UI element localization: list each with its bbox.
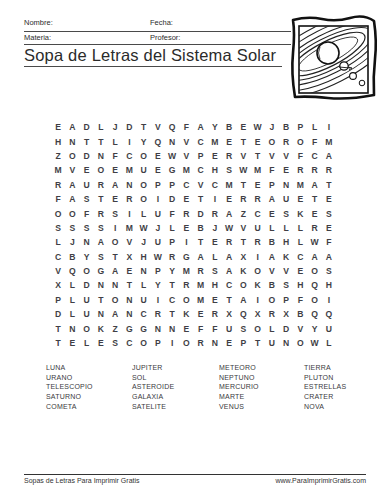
grid-cell-r10c5: T [108,250,122,264]
grid-cell-r15c15: O [251,321,265,335]
grid-cell-r8c9: L [165,221,179,235]
grid-cell-r8c11: B [194,221,208,235]
grid-cell-r4c10: M [179,163,193,177]
grid-cell-r15c8: N [151,321,165,335]
grid-cell-r9c15: R [251,235,265,249]
grid-cell-r2c14: T [236,134,250,148]
grid-cell-r1c18: P [293,120,307,134]
grid-cell-r2c15: E [251,134,265,148]
grid-cell-r10c10: G [179,250,193,264]
grid-cell-r5c3: U [80,178,94,192]
grid-cell-r16c19: W [308,336,322,350]
grid-cell-r13c4: T [94,293,108,307]
word-item: CRATER [304,392,346,402]
grid-cell-r1c14: E [236,120,250,134]
grid-cell-r1c17: B [279,120,293,134]
grid-cell-r9c19: W [308,235,322,249]
grid-cell-r13c17: P [279,293,293,307]
word-item: COMETA [46,402,93,412]
grid-cell-r15c10: E [179,321,193,335]
name-label: Nombre: [24,18,53,27]
grid-cell-r10c3: Y [80,250,94,264]
grid-cell-r7c20: S [322,206,336,220]
grid-cell-r3c16: V [265,149,279,163]
grid-cell-r7c2: O [65,206,79,220]
grid-cell-r12c12: H [208,278,222,292]
grid-cell-r14c15: X [251,307,265,321]
word-item: NOVA [304,402,346,412]
grid-cell-r6c14: R [236,192,250,206]
grid-cell-r3c17: V [279,149,293,163]
grid-cell-r16c20: L [322,336,336,350]
grid-cell-r4c6: M [122,163,136,177]
grid-cell-r8c12: J [208,221,222,235]
grid-cell-r6c7: O [137,192,151,206]
grid-cell-r11c11: R [194,264,208,278]
grid-cell-r16c13: E [222,336,236,350]
grid-cell-r6c11: T [194,192,208,206]
grid-cell-r7c1: O [51,206,65,220]
grid-cell-r7c8: U [151,206,165,220]
grid-cell-r2c13: E [222,134,236,148]
grid-cell-r14c1: D [51,307,65,321]
grid-cell-r15c3: O [80,321,94,335]
grid-cell-r2c18: O [293,134,307,148]
grid-cell-r14c12: R [208,307,222,321]
grid-cell-r8c5: I [108,221,122,235]
date-label: Fecha: [150,18,173,27]
grid-cell-r11c1: V [51,264,65,278]
grid-cell-r5c14: T [236,178,250,192]
grid-cell-r8c16: L [265,221,279,235]
subject-label: Materia: [24,33,51,42]
grid-cell-r10c1: C [51,250,65,264]
word-item: LUNA [46,363,93,373]
word-item: MERCURIO [219,382,259,392]
grid-cell-r5c7: O [137,178,151,192]
grid-cell-r7c10: R [179,206,193,220]
grid-cell-r15c17: D [279,321,293,335]
word-item: METEORO [219,363,259,373]
grid-cell-r6c8: I [151,192,165,206]
grid-cell-r10c14: X [236,250,250,264]
grid-cell-r14c11: E [194,307,208,321]
grid-cell-r9c11: T [194,235,208,249]
grid-cell-r5c8: P [151,178,165,192]
grid-cell-r12c17: S [279,278,293,292]
page-title: Sopa de Letras del Sistema Solar [24,46,276,65]
grid-cell-r8c7: W [137,221,151,235]
grid-cell-r9c3: N [80,235,94,249]
grid-cell-r2c3: T [80,134,94,148]
word-item: SATELITE [132,402,174,412]
grid-cell-r1c4: L [94,120,108,134]
grid-cell-r2c19: F [308,134,322,148]
grid-cell-r10c9: R [165,250,179,264]
grid-cell-r16c1: T [51,336,65,350]
grid-cell-r4c9: G [165,163,179,177]
grid-cell-r14c5: A [108,307,122,321]
grid-cell-r4c4: O [94,163,108,177]
grid-cell-r3c5: F [108,149,122,163]
grid-cell-r12c18: H [293,278,307,292]
grid-cell-r1c6: D [122,120,136,134]
grid-cell-r1c19: L [308,120,322,134]
grid-cell-r9c12: E [208,235,222,249]
grid-cell-r2c12: M [208,134,222,148]
word-list-column-3: METEORONEPTUNOMERCURIOMARTEVENUS [219,363,259,412]
grid-cell-r4c16: F [265,163,279,177]
grid-cell-r13c15: I [251,293,265,307]
grid-cell-r11c16: V [265,264,279,278]
grid-cell-r14c10: K [179,307,193,321]
grid-cell-r16c15: T [251,336,265,350]
grid-cell-r14c13: X [222,307,236,321]
grid-cell-r15c5: Z [108,321,122,335]
grid-cell-r11c6: E [122,264,136,278]
grid-cell-r7c11: D [194,206,208,220]
grid-cell-r11c3: O [80,264,94,278]
grid-cell-r12c2: L [65,278,79,292]
grid-cell-r14c14: Q [236,307,250,321]
grid-cell-r3c13: R [222,149,236,163]
grid-cell-r12c4: N [94,278,108,292]
grid-cell-r11c7: N [137,264,151,278]
grid-cell-r10c15: I [251,250,265,264]
grid-cell-r8c4: S [94,221,108,235]
grid-cell-r14c4: N [94,307,108,321]
grid-cell-r16c6: C [122,336,136,350]
word-item: PLUTON [304,373,346,383]
grid-cell-r2c2: N [65,134,79,148]
grid-cell-r9c16: B [265,235,279,249]
grid-cell-r3c6: C [122,149,136,163]
grid-cell-r13c11: M [194,293,208,307]
grid-cell-r6c15: R [251,192,265,206]
grid-cell-r11c9: Y [165,264,179,278]
grid-cell-r13c6: N [122,293,136,307]
grid-cell-r16c10: O [179,336,193,350]
grid-cell-r9c10: I [179,235,193,249]
grid-cell-r3c20: A [322,149,336,163]
grid-cell-r1c13: B [222,120,236,134]
grid-cell-r5c4: R [94,178,108,192]
grid-cell-r2c6: I [122,134,136,148]
grid-cell-r12c5: N [108,278,122,292]
grid-cell-r10c2: B [65,250,79,264]
grid-cell-r2c1: H [51,134,65,148]
grid-cell-r7c16: E [265,206,279,220]
grid-cell-r13c8: I [151,293,165,307]
grid-cell-r3c15: T [251,149,265,163]
grid-cell-r16c12: N [208,336,222,350]
grid-cell-r9c18: L [293,235,307,249]
title-underline [24,66,282,67]
grid-cell-r14c17: X [279,307,293,321]
teacher-label: Profesor: [150,33,180,42]
grid-cell-r12c3: D [80,278,94,292]
grid-cell-r6c17: U [279,192,293,206]
grid-cell-r13c14: A [236,293,250,307]
grid-cell-r8c17: L [279,221,293,235]
word-item: ESTRELLAS [304,382,346,392]
grid-cell-r15c20: U [322,321,336,335]
grid-cell-r9c6: V [122,235,136,249]
grid-cell-r7c18: K [293,206,307,220]
grid-cell-r12c20: H [322,278,336,292]
grid-cell-r5c11: V [194,178,208,192]
grid-cell-r14c18: B [293,307,307,321]
grid-cell-r6c9: D [165,192,179,206]
grid-cell-r12c13: C [222,278,236,292]
word-item: ASTEROIDE [132,382,174,392]
grid-cell-r11c20: S [322,264,336,278]
grid-cell-r1c3: D [80,120,94,134]
grid-cell-r3c10: V [179,149,193,163]
grid-cell-r7c6: I [122,206,136,220]
grid-cell-r16c18: O [293,336,307,350]
word-item: SATURNO [46,392,93,402]
grid-cell-r10c18: C [293,250,307,264]
grid-cell-r4c11: C [194,163,208,177]
grid-cell-r4c2: V [65,163,79,177]
name-date-underline [24,31,291,32]
grid-cell-r15c12: F [208,321,222,335]
grid-cell-r6c20: E [322,192,336,206]
grid-cell-r10c8: W [151,250,165,264]
grid-cell-r3c7: O [137,149,151,163]
grid-cell-r14c3: U [80,307,94,321]
footer-website-text: www.ParaImprimirGratis.com [275,477,366,484]
grid-cell-r8c8: J [151,221,165,235]
grid-cell-r2c10: V [179,134,193,148]
grid-cell-r1c1: E [51,120,65,134]
grid-cell-r4c8: E [151,163,165,177]
grid-cell-r6c5: E [108,192,122,206]
grid-cell-r9c20: F [322,235,336,249]
grid-cell-r15c19: Y [308,321,322,335]
grid-cell-r12c11: M [194,278,208,292]
word-item: GALAXIA [132,392,174,402]
grid-cell-r3c8: E [151,149,165,163]
grid-cell-r11c8: P [151,264,165,278]
grid-cell-r2c9: N [165,134,179,148]
grid-cell-r16c2: E [65,336,79,350]
grid-cell-r11c10: M [179,264,193,278]
grid-cell-r3c19: C [308,149,322,163]
grid-cell-r10c13: A [222,250,236,264]
grid-cell-r13c12: E [208,293,222,307]
grid-cell-r10c17: K [279,250,293,264]
grid-cell-r6c6: R [122,192,136,206]
grid-cell-r4c14: W [236,163,250,177]
grid-cell-r10c4: S [94,250,108,264]
grid-cell-r13c2: L [65,293,79,307]
grid-cell-r3c4: N [94,149,108,163]
grid-cell-r5c19: A [308,178,322,192]
grid-cell-r16c7: O [137,336,151,350]
grid-cell-r3c9: W [165,149,179,163]
grid-cell-r5c12: C [208,178,222,192]
grid-cell-r9c5: O [108,235,122,249]
grid-cell-r13c19: O [308,293,322,307]
grid-cell-r16c17: N [279,336,293,350]
grid-cell-r16c9: I [165,336,179,350]
grid-cell-r7c5: S [108,206,122,220]
grid-cell-r13c13: T [222,293,236,307]
word-list: LUNAURANOTELESCOPIOSATURNOCOMETAJUPITERS… [0,363,390,418]
grid-cell-r14c7: C [137,307,151,321]
word-item: SOL [132,373,174,383]
grid-cell-r13c10: O [179,293,193,307]
grid-cell-r15c7: G [137,321,151,335]
grid-cell-r4c17: E [279,163,293,177]
grid-cell-r14c8: R [151,307,165,321]
grid-cell-r8c2: S [65,221,79,235]
grid-cell-r3c14: V [236,149,250,163]
worksheet-page: Nombre: Fecha: Materia: Profesor: Sopa d… [0,0,390,502]
grid-cell-r8c6: M [122,221,136,235]
grid-cell-r12c9: T [165,278,179,292]
grid-cell-r6c4: T [94,192,108,206]
grid-cell-r14c6: N [122,307,136,321]
grid-cell-r9c7: J [137,235,151,249]
grid-cell-r7c9: F [165,206,179,220]
grid-cell-r15c16: L [265,321,279,335]
grid-cell-r5c10: C [179,178,193,192]
grid-cell-r1c5: J [108,120,122,134]
grid-cell-r16c4: E [94,336,108,350]
grid-cell-r1c16: J [265,120,279,134]
grid-cell-r1c7: T [137,120,151,134]
word-item: URANO [46,373,93,383]
grid-cell-r13c3: U [80,293,94,307]
grid-cell-r2c11: C [194,134,208,148]
grid-cell-r12c10: R [179,278,193,292]
grid-cell-r15c2: N [65,321,79,335]
grid-cell-r8c3: S [80,221,94,235]
grid-cell-r6c13: E [222,192,236,206]
grid-cell-r12c14: O [236,278,250,292]
grid-cell-r8c20: E [322,221,336,235]
grid-cell-r10c11: A [194,250,208,264]
grid-cell-r5c1: R [51,178,65,192]
grid-cell-r5c13: M [222,178,236,192]
grid-cell-r15c13: U [222,321,236,335]
grid-cell-r9c2: J [65,235,79,249]
grid-cell-r9c9: P [165,235,179,249]
grid-cell-r2c8: Q [151,134,165,148]
grid-cell-r4c7: U [137,163,151,177]
grid-cell-r7c4: R [94,206,108,220]
word-item: TIERRA [304,363,346,373]
grid-cell-r2c17: R [279,134,293,148]
grid-cell-r15c11: F [194,321,208,335]
grid-cell-r12c8: Y [151,278,165,292]
grid-cell-r8c15: U [251,221,265,235]
grid-cell-r5c15: E [251,178,265,192]
grid-cell-r16c3: L [80,336,94,350]
grid-cell-r9c4: A [94,235,108,249]
grid-cell-r15c18: V [293,321,307,335]
grid-cell-r1c9: Q [165,120,179,134]
grid-cell-r13c7: U [137,293,151,307]
grid-cell-r4c5: E [108,163,122,177]
grid-cell-r11c4: G [94,264,108,278]
word-item: TELESCOPIO [46,382,93,392]
grid-cell-r7c19: E [308,206,322,220]
grid-cell-r7c17: S [279,206,293,220]
grid-cell-r10c12: L [208,250,222,264]
word-list-column-2: JUPITERSOLASTEROIDEGALAXIASATELITE [132,363,174,412]
grid-cell-r4c13: S [222,163,236,177]
word-list-column-4: TIERRAPLUTONESTRELLASCRATERNOVA [304,363,346,412]
grid-cell-r1c10: F [179,120,193,134]
grid-cell-r12c7: L [137,278,151,292]
grid-cell-r15c6: G [122,321,136,335]
footer-divider [24,474,366,475]
grid-cell-r16c8: P [151,336,165,350]
grid-cell-r15c14: S [236,321,250,335]
grid-cell-r2c20: M [322,134,336,148]
word-list-column-1: LUNAURANOTELESCOPIOSATURNOCOMETA [46,363,93,412]
grid-cell-r5c2: A [65,178,79,192]
grid-cell-r2c16: O [265,134,279,148]
grid-cell-r11c2: Q [65,264,79,278]
grid-cell-r2c7: Y [137,134,151,148]
grid-cell-r4c12: H [208,163,222,177]
grid-cell-r9c1: L [51,235,65,249]
grid-cell-r4c15: M [251,163,265,177]
grid-cell-r5c18: M [293,178,307,192]
grid-cell-r7c3: F [80,206,94,220]
grid-cell-r1c8: V [151,120,165,134]
grid-cell-r9c17: H [279,235,293,249]
grid-cell-r13c20: I [322,293,336,307]
grid-cell-r5c5: A [108,178,122,192]
grid-cell-r10c16: A [265,250,279,264]
grid-cell-r14c20: Q [322,307,336,321]
grid-cell-r4c3: E [80,163,94,177]
grid-cell-r16c5: S [108,336,122,350]
grid-cell-r6c10: E [179,192,193,206]
grid-cell-r11c17: V [279,264,293,278]
grid-cell-r13c9: C [165,293,179,307]
grid-cell-r11c5: A [108,264,122,278]
grid-cell-r3c1: Z [51,149,65,163]
grid-cell-r5c20: T [322,178,336,192]
grid-cell-r5c9: P [165,178,179,192]
grid-cell-r13c5: O [108,293,122,307]
grid-cell-r4c18: R [293,163,307,177]
grid-cell-r12c19: Q [308,278,322,292]
grid-cell-r12c1: X [51,278,65,292]
grid-cell-r11c13: A [222,264,236,278]
grid-cell-r14c9: T [165,307,179,321]
grid-cell-r1c2: A [65,120,79,134]
grid-cell-r12c6: T [122,278,136,292]
grid-cell-r2c4: T [94,134,108,148]
grid-cell-r8c14: V [236,221,250,235]
word-item: VENUS [219,402,259,412]
word-search-grid: EADLJDTVQFAYBEWJBPLIHNTTLIYQNVCMETEOROFM… [51,120,336,350]
grid-cell-r6c19: T [308,192,322,206]
grid-cell-r1c12: Y [208,120,222,134]
grid-cell-r4c1: M [51,163,65,177]
grid-cell-r3c2: O [65,149,79,163]
grid-cell-r15c4: K [94,321,108,335]
grid-cell-r5c17: N [279,178,293,192]
